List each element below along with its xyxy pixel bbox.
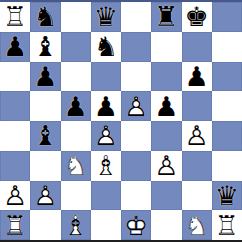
square-f1[interactable] [151,210,181,240]
square-a2[interactable]: ♟♙ [0,181,30,211]
piece-white-bishop[interactable]: ♝♗ [91,151,121,181]
square-d8[interactable]: ♛ [91,2,121,32]
white-pawn-outline: ♙ [151,151,181,181]
piece-black-queen[interactable]: ♛ [212,181,242,211]
square-c3[interactable]: ♞♘ [61,151,91,181]
white-king-outline: ♔ [121,210,151,240]
square-c8[interactable] [61,2,91,32]
square-h5[interactable] [212,91,242,121]
piece-black-king[interactable]: ♚ [182,2,212,32]
square-a7[interactable]: ♟ [0,32,30,62]
square-h3[interactable] [212,151,242,181]
square-b8[interactable]: ♞ [30,2,60,32]
square-e6[interactable] [121,62,151,92]
square-d4[interactable]: ♟♙ [91,121,121,151]
square-f6[interactable] [151,62,181,92]
square-d3[interactable]: ♝♗ [91,151,121,181]
square-e4[interactable] [121,121,151,151]
white-knight-outline: ♘ [61,151,91,181]
black-pawn-glyph: ♟ [30,62,60,92]
square-h6[interactable] [212,62,242,92]
square-b7[interactable]: ♝ [30,32,60,62]
square-b3[interactable] [30,151,60,181]
white-pawn-outline: ♙ [91,121,121,151]
white-rook-outline: ♖ [0,210,30,240]
square-h2[interactable]: ♛ [212,181,242,211]
square-e1[interactable]: ♚♔ [121,210,151,240]
square-c1[interactable]: ♝♗ [61,210,91,240]
square-c5[interactable]: ♟ [61,91,91,121]
piece-white-rook[interactable]: ♜♖ [0,210,30,240]
piece-white-rook[interactable]: ♜♖ [0,2,30,32]
square-h1[interactable]: ♜♖ [212,210,242,240]
black-bishop-glyph: ♝ [30,32,60,62]
square-a5[interactable] [0,91,30,121]
square-g6[interactable]: ♟ [182,62,212,92]
square-g8[interactable]: ♚ [182,2,212,32]
white-pawn-outline: ♙ [0,181,30,211]
piece-white-knight[interactable]: ♞♘ [61,151,91,181]
square-g3[interactable] [182,151,212,181]
piece-white-pawn[interactable]: ♟♙ [0,181,30,211]
square-f4[interactable] [151,121,181,151]
black-knight-glyph: ♞ [30,2,60,32]
square-e5[interactable]: ♟♙ [121,91,151,121]
black-pawn-glyph: ♟ [0,32,30,62]
piece-black-pawn[interactable]: ♟ [30,62,60,92]
white-pawn-outline: ♙ [182,121,212,151]
black-pawn-glyph: ♟ [151,91,181,121]
square-g7[interactable] [182,32,212,62]
piece-white-knight[interactable]: ♞♘ [182,210,212,240]
black-pawn-glyph: ♟ [61,91,91,121]
black-pawn-glyph: ♟ [91,91,121,121]
piece-white-king[interactable]: ♚♔ [121,210,151,240]
board-grid: ♜♖♞♛♜♚♟♝♞♟♟♟♟♟♙♟♝♟♙♟♙♞♘♝♗♟♙♟♙♟♙♛♜♖♝♗♚♔♞♘… [0,2,242,240]
piece-black-pawn[interactable]: ♟ [151,91,181,121]
square-c6[interactable] [61,62,91,92]
piece-black-knight[interactable]: ♞ [91,32,121,62]
chess-board: ♜♖♞♛♜♚♟♝♞♟♟♟♟♟♙♟♝♟♙♟♙♞♘♝♗♟♙♟♙♟♙♛♜♖♝♗♚♔♞♘… [0,0,242,242]
square-h4[interactable] [212,121,242,151]
square-c4[interactable] [61,121,91,151]
square-a6[interactable] [0,62,30,92]
square-c2[interactable] [61,181,91,211]
square-f8[interactable]: ♜ [151,2,181,32]
white-knight-outline: ♘ [182,210,212,240]
black-queen-glyph: ♛ [212,181,242,211]
square-c7[interactable] [61,32,91,62]
piece-white-pawn[interactable]: ♟♙ [91,121,121,151]
square-g4[interactable]: ♟♙ [182,121,212,151]
black-bishop-glyph: ♝ [30,121,60,151]
square-g1[interactable]: ♞♘ [182,210,212,240]
white-rook-outline: ♖ [0,2,30,32]
square-e2[interactable] [121,181,151,211]
square-b1[interactable] [30,210,60,240]
piece-black-pawn[interactable]: ♟ [182,62,212,92]
white-pawn-outline: ♙ [30,181,60,211]
square-h7[interactable] [212,32,242,62]
white-bishop-outline: ♗ [91,151,121,181]
square-a8[interactable]: ♜♖ [0,2,30,32]
piece-white-pawn[interactable]: ♟♙ [30,181,60,211]
square-g2[interactable] [182,181,212,211]
piece-black-pawn[interactable]: ♟ [0,32,30,62]
square-b5[interactable] [30,91,60,121]
square-d1[interactable] [91,210,121,240]
square-d5[interactable]: ♟ [91,91,121,121]
piece-white-pawn[interactable]: ♟♙ [182,121,212,151]
square-e3[interactable] [121,151,151,181]
white-bishop-outline: ♗ [61,210,91,240]
piece-white-pawn[interactable]: ♟♙ [121,91,151,121]
piece-black-bishop[interactable]: ♝ [30,32,60,62]
square-a4[interactable] [0,121,30,151]
black-rook-glyph: ♜ [151,2,181,32]
square-a1[interactable]: ♜♖ [0,210,30,240]
black-king-glyph: ♚ [182,2,212,32]
square-b4[interactable]: ♝ [30,121,60,151]
piece-white-rook[interactable]: ♜♖ [212,210,242,240]
piece-white-bishop[interactable]: ♝♗ [61,210,91,240]
square-b2[interactable]: ♟♙ [30,181,60,211]
piece-black-knight[interactable]: ♞ [30,2,60,32]
piece-black-pawn[interactable]: ♟ [61,91,91,121]
piece-black-bishop[interactable]: ♝ [30,121,60,151]
square-a3[interactable] [0,151,30,181]
square-d2[interactable] [91,181,121,211]
piece-black-pawn[interactable]: ♟ [91,91,121,121]
square-d6[interactable] [91,62,121,92]
black-queen-glyph: ♛ [91,2,121,32]
black-pawn-glyph: ♟ [182,62,212,92]
square-e8[interactable] [121,2,151,32]
square-f2[interactable] [151,181,181,211]
white-pawn-outline: ♙ [121,91,151,121]
square-h8[interactable] [212,2,242,32]
piece-black-queen[interactable]: ♛ [91,2,121,32]
black-knight-glyph: ♞ [91,32,121,62]
square-e7[interactable] [121,32,151,62]
square-d7[interactable]: ♞ [91,32,121,62]
white-rook-outline: ♖ [212,210,242,240]
square-f7[interactable] [151,32,181,62]
piece-white-pawn[interactable]: ♟♙ [151,151,181,181]
square-f3[interactable]: ♟♙ [151,151,181,181]
square-b6[interactable]: ♟ [30,62,60,92]
piece-black-rook[interactable]: ♜ [151,2,181,32]
square-f5[interactable]: ♟ [151,91,181,121]
square-g5[interactable] [182,91,212,121]
